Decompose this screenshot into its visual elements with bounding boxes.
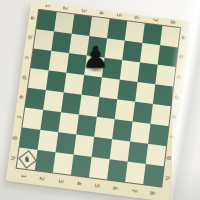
- chess-board: ♞: [16, 9, 182, 188]
- square-b8[interactable]: [158, 45, 178, 67]
- square-e8[interactable]: [151, 104, 171, 126]
- square-d8[interactable]: [153, 84, 173, 106]
- square-a8[interactable]: [160, 26, 180, 48]
- square-g8[interactable]: [146, 144, 166, 166]
- square-c8[interactable]: [155, 65, 175, 87]
- table-cloth-background: 12345678 12345678 abcdefgh abcdefgh ····…: [0, 0, 200, 200]
- black-pawn[interactable]: ♟: [84, 39, 108, 72]
- square-h8[interactable]: [143, 164, 163, 187]
- chess-mat: 12345678 12345678 abcdefgh abcdefgh ····…: [6, 1, 190, 200]
- black-pawn-glyph: ♟: [82, 43, 109, 73]
- knight-logo-icon: ♞: [23, 154, 31, 163]
- diamond-outline: ♞: [18, 150, 36, 169]
- square-f8[interactable]: [148, 124, 168, 146]
